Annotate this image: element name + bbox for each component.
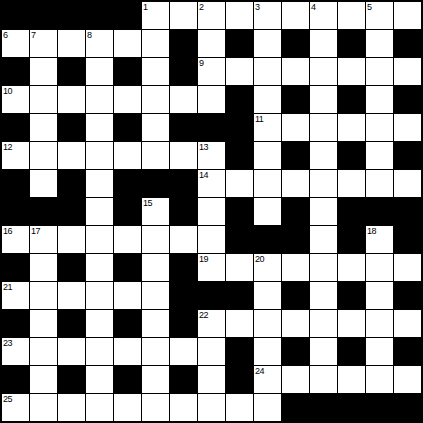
white-cell-r2-c9[interactable] [254, 58, 281, 85]
black-cell-r10-c8 [226, 282, 253, 309]
white-cell-r6-c12[interactable] [338, 170, 365, 197]
white-cell-r9-c5[interactable] [142, 254, 169, 281]
black-cell-r5-c10 [282, 142, 309, 169]
white-cell-r9-c11[interactable] [310, 254, 337, 281]
clue-number-22: 22 [199, 310, 208, 320]
clue-number-13: 13 [199, 142, 208, 152]
white-cell-r2-c12[interactable] [338, 58, 365, 85]
white-cell-r8-c5[interactable] [142, 226, 169, 253]
black-cell-r6-c2 [58, 170, 85, 197]
black-cell-r1-c10 [282, 30, 309, 57]
black-cell-r0-c1 [30, 2, 57, 29]
clue-number-14: 14 [199, 170, 208, 180]
white-cell-r2-c11[interactable] [310, 58, 337, 85]
white-cell-r0-c10[interactable] [282, 2, 309, 29]
white-cell-r9-c12[interactable] [338, 254, 365, 281]
white-cell-r8-c1[interactable]: 17 [30, 226, 57, 253]
white-cell-r4-c3[interactable] [86, 114, 113, 141]
white-cell-r12-c3[interactable] [86, 338, 113, 365]
white-cell-r13-c10[interactable] [282, 366, 309, 393]
white-cell-r5-c4[interactable] [114, 142, 141, 169]
black-cell-r5-c12 [338, 142, 365, 169]
white-cell-r9-c10[interactable] [282, 254, 309, 281]
clue-number-19: 19 [199, 254, 208, 264]
clue-number-16: 16 [3, 226, 12, 236]
white-cell-r4-c14[interactable] [394, 114, 421, 141]
white-cell-r6-c8[interactable] [226, 170, 253, 197]
clue-number-24: 24 [255, 366, 264, 376]
black-cell-r13-c0 [2, 366, 29, 393]
white-cell-r12-c5[interactable] [142, 338, 169, 365]
white-cell-r5-c11[interactable] [310, 142, 337, 169]
white-cell-r5-c2[interactable] [58, 142, 85, 169]
black-cell-r14-c11 [310, 394, 337, 421]
clue-number-17: 17 [31, 226, 40, 236]
white-cell-r13-c12[interactable] [338, 366, 365, 393]
black-cell-r6-c4 [114, 170, 141, 197]
white-cell-r14-c2[interactable] [58, 394, 85, 421]
white-cell-r11-c1[interactable] [30, 310, 57, 337]
black-cell-r4-c8 [226, 114, 253, 141]
black-cell-r1-c6 [170, 30, 197, 57]
white-cell-r6-c1[interactable] [30, 170, 57, 197]
white-cell-r14-c7[interactable] [198, 394, 225, 421]
white-cell-r3-c5[interactable] [142, 86, 169, 113]
white-cell-r14-c9[interactable] [254, 394, 281, 421]
black-cell-r7-c4 [114, 198, 141, 225]
black-cell-r6-c5 [142, 170, 169, 197]
black-cell-r7-c13 [366, 198, 393, 225]
white-cell-r6-c14[interactable] [394, 170, 421, 197]
black-cell-r7-c6 [170, 198, 197, 225]
black-cell-r7-c12 [338, 198, 365, 225]
white-cell-r8-c11[interactable] [310, 226, 337, 253]
black-cell-r7-c10 [282, 198, 309, 225]
white-cell-r2-c5[interactable] [142, 58, 169, 85]
white-cell-r2-c7[interactable]: 9 [198, 58, 225, 85]
black-cell-r10-c12 [338, 282, 365, 309]
black-cell-r1-c14 [394, 30, 421, 57]
black-cell-r9-c0 [2, 254, 29, 281]
clue-number-3: 3 [255, 2, 260, 12]
white-cell-r6-c3[interactable] [86, 170, 113, 197]
black-cell-r0-c2 [58, 2, 85, 29]
white-cell-r11-c7[interactable]: 22 [198, 310, 225, 337]
black-cell-r7-c8 [226, 198, 253, 225]
black-cell-r5-c14 [394, 142, 421, 169]
black-cell-r2-c6 [170, 58, 197, 85]
white-cell-r12-c9[interactable] [254, 338, 281, 365]
black-cell-r10-c10 [282, 282, 309, 309]
white-cell-r10-c9[interactable] [254, 282, 281, 309]
black-cell-r4-c6 [170, 114, 197, 141]
clue-number-6: 6 [3, 30, 8, 40]
white-cell-r6-c11[interactable] [310, 170, 337, 197]
white-cell-r3-c3[interactable] [86, 86, 113, 113]
white-cell-r5-c5[interactable] [142, 142, 169, 169]
white-cell-r10-c11[interactable] [310, 282, 337, 309]
black-cell-r14-c10 [282, 394, 309, 421]
black-cell-r8-c10 [282, 226, 309, 253]
white-cell-r12-c6[interactable] [170, 338, 197, 365]
white-cell-r10-c0[interactable]: 21 [2, 282, 29, 309]
white-cell-r2-c8[interactable] [226, 58, 253, 85]
black-cell-r2-c4 [114, 58, 141, 85]
white-cell-r3-c9[interactable] [254, 86, 281, 113]
white-cell-r3-c13[interactable] [366, 86, 393, 113]
white-cell-r13-c13[interactable] [366, 366, 393, 393]
clue-number-11: 11 [255, 114, 263, 124]
black-cell-r4-c2 [58, 114, 85, 141]
clue-number-7: 7 [31, 30, 36, 40]
black-cell-r1-c12 [338, 30, 365, 57]
white-cell-r5-c6[interactable] [170, 142, 197, 169]
white-cell-r0-c13[interactable]: 5 [366, 2, 393, 29]
white-cell-r2-c13[interactable] [366, 58, 393, 85]
black-cell-r0-c3 [86, 2, 113, 29]
white-cell-r11-c8[interactable] [226, 310, 253, 337]
white-cell-r5-c3[interactable] [86, 142, 113, 169]
white-cell-r8-c6[interactable] [170, 226, 197, 253]
black-cell-r12-c14 [394, 338, 421, 365]
black-cell-r11-c2 [58, 310, 85, 337]
white-cell-r5-c9[interactable] [254, 142, 281, 169]
black-cell-r3-c8 [226, 86, 253, 113]
black-cell-r10-c7 [198, 282, 225, 309]
white-cell-r8-c7[interactable] [198, 226, 225, 253]
white-cell-r4-c1[interactable] [30, 114, 57, 141]
black-cell-r7-c0 [2, 198, 29, 225]
white-cell-r8-c3[interactable] [86, 226, 113, 253]
white-cell-r11-c9[interactable] [254, 310, 281, 337]
white-cell-r14-c6[interactable] [170, 394, 197, 421]
black-cell-r3-c10 [282, 86, 309, 113]
clue-number-12: 12 [3, 142, 12, 152]
white-cell-r3-c11[interactable] [310, 86, 337, 113]
white-cell-r12-c7[interactable] [198, 338, 225, 365]
white-cell-r10-c5[interactable] [142, 282, 169, 309]
black-cell-r2-c2 [58, 58, 85, 85]
black-cell-r4-c7 [198, 114, 225, 141]
white-cell-r10-c4[interactable] [114, 282, 141, 309]
white-cell-r13-c11[interactable] [310, 366, 337, 393]
clue-number-18: 18 [367, 226, 376, 236]
white-cell-r3-c0[interactable]: 10 [2, 86, 29, 113]
black-cell-r1-c8 [226, 30, 253, 57]
white-cell-r0-c14[interactable] [394, 2, 421, 29]
white-cell-r1-c9[interactable] [254, 30, 281, 57]
black-cell-r0-c0 [2, 2, 29, 29]
white-cell-r4-c9[interactable]: 11 [254, 114, 281, 141]
white-cell-r0-c8[interactable] [226, 2, 253, 29]
clue-number-4: 4 [311, 2, 316, 12]
white-cell-r13-c5[interactable] [142, 366, 169, 393]
black-cell-r9-c2 [58, 254, 85, 281]
clue-number-2: 2 [199, 2, 204, 12]
black-cell-r8-c14 [394, 226, 421, 253]
white-cell-r5-c13[interactable] [366, 142, 393, 169]
white-cell-r7-c7[interactable] [198, 198, 225, 225]
black-cell-r9-c4 [114, 254, 141, 281]
clue-number-1: 1 [143, 2, 148, 12]
white-cell-r14-c0[interactable]: 25 [2, 394, 29, 421]
white-cell-r12-c0[interactable]: 23 [2, 338, 29, 365]
white-cell-r12-c11[interactable] [310, 338, 337, 365]
white-cell-r2-c1[interactable] [30, 58, 57, 85]
white-cell-r1-c2[interactable] [58, 30, 85, 57]
black-cell-r3-c14 [394, 86, 421, 113]
black-cell-r12-c12 [338, 338, 365, 365]
white-cell-r14-c5[interactable] [142, 394, 169, 421]
black-cell-r8-c8 [226, 226, 253, 253]
white-cell-r11-c5[interactable] [142, 310, 169, 337]
white-cell-r12-c2[interactable] [58, 338, 85, 365]
white-cell-r10-c13[interactable] [366, 282, 393, 309]
black-cell-r12-c8 [226, 338, 253, 365]
white-cell-r2-c3[interactable] [86, 58, 113, 85]
black-cell-r8-c12 [338, 226, 365, 253]
white-cell-r1-c11[interactable] [310, 30, 337, 57]
black-cell-r2-c0 [2, 58, 29, 85]
white-cell-r13-c1[interactable] [30, 366, 57, 393]
black-cell-r6-c6 [170, 170, 197, 197]
white-cell-r11-c14[interactable] [394, 310, 421, 337]
black-cell-r11-c6 [170, 310, 197, 337]
white-cell-r4-c12[interactable] [338, 114, 365, 141]
white-cell-r0-c12[interactable] [338, 2, 365, 29]
white-cell-r1-c1[interactable]: 7 [30, 30, 57, 57]
white-cell-r3-c2[interactable] [58, 86, 85, 113]
black-cell-r10-c14 [394, 282, 421, 309]
white-cell-r6-c13[interactable] [366, 170, 393, 197]
black-cell-r12-c10 [282, 338, 309, 365]
white-cell-r9-c8[interactable] [226, 254, 253, 281]
clue-number-21: 21 [3, 282, 12, 292]
black-cell-r13-c4 [114, 366, 141, 393]
clue-number-8: 8 [87, 30, 92, 40]
white-cell-r9-c1[interactable] [30, 254, 57, 281]
white-cell-r14-c1[interactable] [30, 394, 57, 421]
black-cell-r5-c8 [226, 142, 253, 169]
white-cell-r4-c5[interactable] [142, 114, 169, 141]
black-cell-r3-c12 [338, 86, 365, 113]
white-cell-r14-c3[interactable] [86, 394, 113, 421]
white-cell-r14-c4[interactable] [114, 394, 141, 421]
white-cell-r10-c3[interactable] [86, 282, 113, 309]
clue-number-10: 10 [3, 86, 12, 96]
clue-number-25: 25 [3, 394, 12, 404]
white-cell-r9-c7[interactable]: 19 [198, 254, 225, 281]
black-cell-r14-c14 [394, 394, 421, 421]
black-cell-r13-c6 [170, 366, 197, 393]
clue-number-23: 23 [3, 338, 12, 348]
black-cell-r10-c6 [170, 282, 197, 309]
black-cell-r14-c12 [338, 394, 365, 421]
white-cell-r1-c4[interactable] [114, 30, 141, 57]
white-cell-r9-c14[interactable] [394, 254, 421, 281]
clue-number-5: 5 [367, 2, 372, 12]
white-cell-r3-c4[interactable] [114, 86, 141, 113]
crossword-grid: 1234567891011121314151617181920212223242… [0, 0, 423, 423]
white-cell-r5-c1[interactable] [30, 142, 57, 169]
white-cell-r0-c9[interactable]: 3 [254, 2, 281, 29]
white-cell-r4-c13[interactable] [366, 114, 393, 141]
white-cell-r1-c0[interactable]: 6 [2, 30, 29, 57]
white-cell-r2-c10[interactable] [282, 58, 309, 85]
white-cell-r5-c0[interactable]: 12 [2, 142, 29, 169]
white-cell-r11-c10[interactable] [282, 310, 309, 337]
white-cell-r13-c9[interactable]: 24 [254, 366, 281, 393]
white-cell-r7-c9[interactable] [254, 198, 281, 225]
white-cell-r11-c3[interactable] [86, 310, 113, 337]
white-cell-r7-c11[interactable] [310, 198, 337, 225]
black-cell-r11-c0 [2, 310, 29, 337]
white-cell-r9-c3[interactable] [86, 254, 113, 281]
black-cell-r13-c2 [58, 366, 85, 393]
white-cell-r1-c7[interactable] [198, 30, 225, 57]
white-cell-r4-c10[interactable] [282, 114, 309, 141]
white-cell-r7-c5[interactable]: 15 [142, 198, 169, 225]
black-cell-r7-c2 [58, 198, 85, 225]
white-cell-r0-c6[interactable] [170, 2, 197, 29]
black-cell-r8-c9 [254, 226, 281, 253]
black-cell-r6-c0 [2, 170, 29, 197]
white-cell-r3-c1[interactable] [30, 86, 57, 113]
white-cell-r1-c5[interactable] [142, 30, 169, 57]
white-cell-r12-c13[interactable] [366, 338, 393, 365]
white-cell-r10-c2[interactable] [58, 282, 85, 309]
white-cell-r6-c7[interactable]: 14 [198, 170, 225, 197]
black-cell-r13-c8 [226, 366, 253, 393]
white-cell-r7-c3[interactable] [86, 198, 113, 225]
white-cell-r6-c10[interactable] [282, 170, 309, 197]
white-cell-r9-c13[interactable] [366, 254, 393, 281]
white-cell-r3-c7[interactable] [198, 86, 225, 113]
white-cell-r1-c3[interactable]: 8 [86, 30, 113, 57]
black-cell-r14-c13 [366, 394, 393, 421]
white-cell-r11-c12[interactable] [338, 310, 365, 337]
white-cell-r12-c1[interactable] [30, 338, 57, 365]
white-cell-r13-c3[interactable] [86, 366, 113, 393]
clue-number-20: 20 [255, 254, 264, 264]
white-cell-r5-c7[interactable]: 13 [198, 142, 225, 169]
white-cell-r1-c13[interactable] [366, 30, 393, 57]
white-cell-r0-c7[interactable]: 2 [198, 2, 225, 29]
black-cell-r9-c6 [170, 254, 197, 281]
black-cell-r4-c0 [2, 114, 29, 141]
black-cell-r11-c4 [114, 310, 141, 337]
black-cell-r7-c14 [394, 198, 421, 225]
white-cell-r4-c11[interactable] [310, 114, 337, 141]
white-cell-r6-c9[interactable] [254, 170, 281, 197]
white-cell-r11-c11[interactable] [310, 310, 337, 337]
white-cell-r10-c1[interactable] [30, 282, 57, 309]
white-cell-r9-c9[interactable]: 20 [254, 254, 281, 281]
white-cell-r0-c11[interactable]: 4 [310, 2, 337, 29]
white-cell-r0-c5[interactable]: 1 [142, 2, 169, 29]
white-cell-r12-c4[interactable] [114, 338, 141, 365]
white-cell-r3-c6[interactable] [170, 86, 197, 113]
black-cell-r0-c4 [114, 2, 141, 29]
black-cell-r4-c4 [114, 114, 141, 141]
white-cell-r11-c13[interactable] [366, 310, 393, 337]
white-cell-r8-c4[interactable] [114, 226, 141, 253]
white-cell-r8-c0[interactable]: 16 [2, 226, 29, 253]
white-cell-r13-c7[interactable] [198, 366, 225, 393]
white-cell-r13-c14[interactable] [394, 366, 421, 393]
white-cell-r8-c2[interactable] [58, 226, 85, 253]
clue-number-15: 15 [143, 198, 152, 208]
white-cell-r14-c8[interactable] [226, 394, 253, 421]
white-cell-r2-c14[interactable] [394, 58, 421, 85]
black-cell-r7-c1 [30, 198, 57, 225]
white-cell-r8-c13[interactable]: 18 [366, 226, 393, 253]
clue-number-9: 9 [199, 58, 204, 68]
